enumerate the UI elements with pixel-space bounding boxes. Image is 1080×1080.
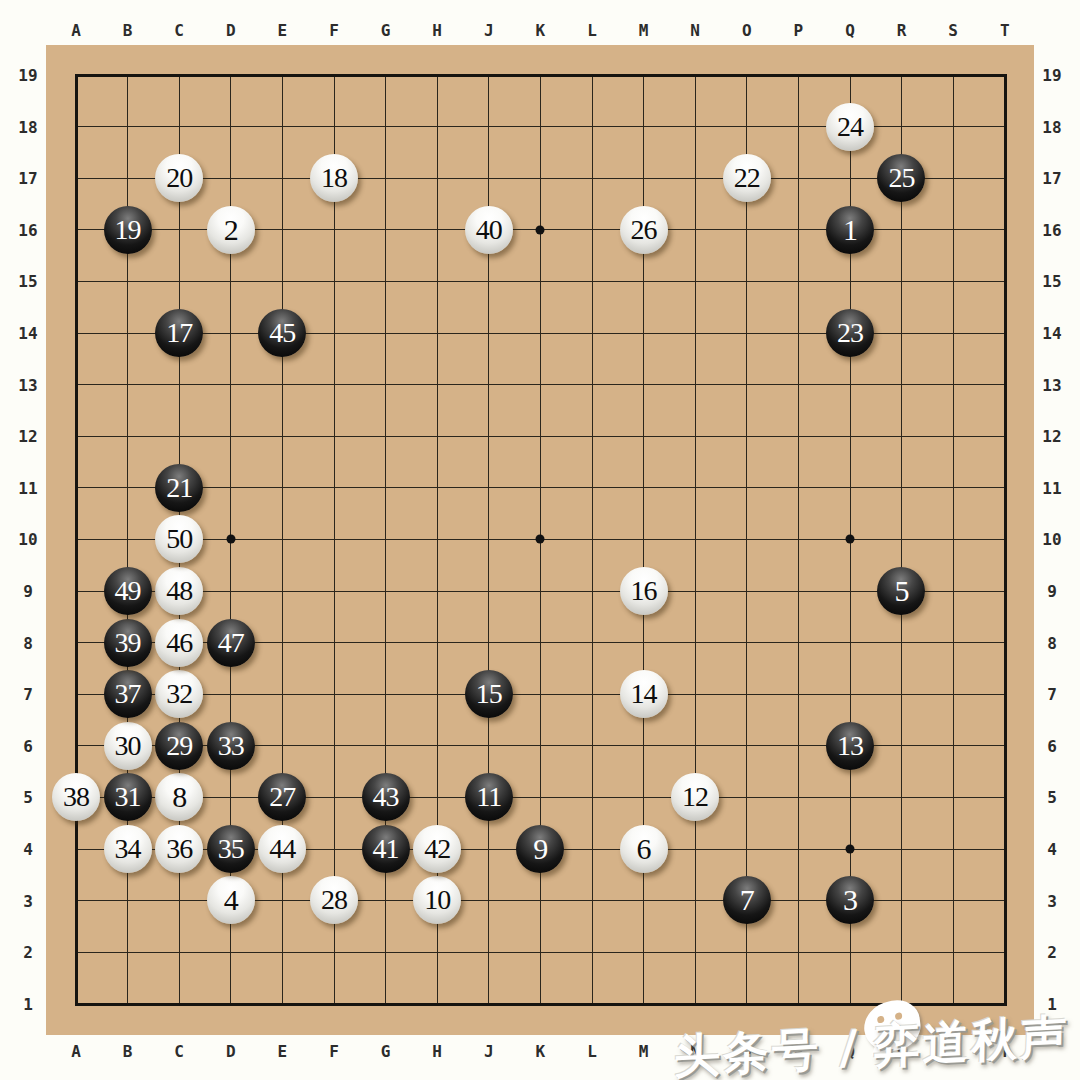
move-number: 19 xyxy=(115,216,141,244)
stone-c11: 21 xyxy=(155,464,203,512)
move-number: 29 xyxy=(166,732,192,760)
stone-g4: 41 xyxy=(362,825,410,873)
move-number: 21 xyxy=(166,474,192,502)
stone-e14: 45 xyxy=(258,309,306,357)
coord-label: A xyxy=(71,21,81,40)
coord-label: 14 xyxy=(18,324,37,343)
coord-label: 8 xyxy=(1047,633,1057,652)
stone-r17: 25 xyxy=(877,154,925,202)
stone-h4: 42 xyxy=(413,825,461,873)
coord-label: B xyxy=(123,21,133,40)
coord-label: F xyxy=(329,21,339,40)
coord-label: 5 xyxy=(23,788,33,807)
move-number: 44 xyxy=(269,835,295,863)
coord-label: 8 xyxy=(23,633,33,652)
stone-m7: 14 xyxy=(620,670,668,718)
stones-grid: 1234567891011121314151617181920212223242… xyxy=(50,49,1030,1029)
coord-label: 13 xyxy=(18,375,37,394)
coord-label: E xyxy=(278,21,288,40)
stone-d8: 47 xyxy=(207,619,255,667)
move-number: 10 xyxy=(424,886,450,914)
move-number: 5 xyxy=(894,576,908,606)
move-number: 13 xyxy=(837,732,863,760)
stone-j16: 40 xyxy=(465,206,513,254)
stone-c8: 46 xyxy=(155,619,203,667)
stone-o3: 7 xyxy=(723,876,771,924)
stone-m16: 26 xyxy=(620,206,668,254)
coord-label: 16 xyxy=(18,220,37,239)
move-number: 38 xyxy=(63,783,89,811)
coord-label: 13 xyxy=(1042,375,1061,394)
coord-label: L xyxy=(587,21,597,40)
coord-label: 17 xyxy=(18,169,37,188)
stone-e4: 44 xyxy=(258,825,306,873)
stone-a5: 38 xyxy=(52,773,100,821)
stone-c6: 29 xyxy=(155,722,203,770)
stone-c4: 36 xyxy=(155,825,203,873)
move-number: 15 xyxy=(476,680,502,708)
stone-b4: 34 xyxy=(104,825,152,873)
move-number: 3 xyxy=(843,885,857,915)
stone-h3: 10 xyxy=(413,876,461,924)
move-number: 26 xyxy=(631,216,657,244)
coord-label: T xyxy=(1000,21,1010,40)
move-number: 24 xyxy=(837,113,863,141)
stone-m4: 6 xyxy=(620,825,668,873)
stone-c9: 48 xyxy=(155,567,203,615)
coord-label: 2 xyxy=(1047,943,1057,962)
stone-r9: 5 xyxy=(877,567,925,615)
coord-label: 16 xyxy=(1042,220,1061,239)
watermark-text-left: 头条号 / xyxy=(674,1017,861,1080)
stone-j5: 11 xyxy=(465,773,513,821)
coord-label: K xyxy=(536,21,546,40)
move-number: 20 xyxy=(166,164,192,192)
coord-label: 12 xyxy=(18,427,37,446)
move-number: 40 xyxy=(476,216,502,244)
coord-label: 18 xyxy=(1042,117,1061,136)
coord-label: G xyxy=(381,1042,391,1061)
stone-o17: 22 xyxy=(723,154,771,202)
coord-label: 4 xyxy=(23,840,33,859)
coord-label: B xyxy=(123,1042,133,1061)
coord-label: 15 xyxy=(18,272,37,291)
coord-label: E xyxy=(278,1042,288,1061)
coord-label: 18 xyxy=(18,117,37,136)
move-number: 6 xyxy=(637,834,651,864)
coord-label: H xyxy=(432,21,442,40)
stone-q18: 24 xyxy=(826,103,874,151)
coord-label: M xyxy=(639,21,649,40)
stone-j7: 15 xyxy=(465,670,513,718)
stone-q6: 13 xyxy=(826,722,874,770)
move-number: 41 xyxy=(373,835,399,863)
coord-label: 12 xyxy=(1042,427,1061,446)
coord-label: G xyxy=(381,21,391,40)
stone-q16: 1 xyxy=(826,206,874,254)
coord-label: S xyxy=(948,21,958,40)
coord-label: K xyxy=(536,1042,546,1061)
move-number: 42 xyxy=(424,835,450,863)
stone-q3: 3 xyxy=(826,876,874,924)
move-number: 1 xyxy=(843,215,857,245)
coord-label: 2 xyxy=(23,943,33,962)
stone-c17: 20 xyxy=(155,154,203,202)
move-number: 34 xyxy=(115,835,141,863)
coord-label: 3 xyxy=(1047,891,1057,910)
move-number: 45 xyxy=(269,319,295,347)
coord-label: Q xyxy=(845,21,855,40)
move-number: 39 xyxy=(115,629,141,657)
move-number: 16 xyxy=(631,577,657,605)
coord-label: P xyxy=(794,21,804,40)
coord-label: A xyxy=(71,1042,81,1061)
move-number: 28 xyxy=(321,886,347,914)
coord-label: F xyxy=(329,1042,339,1061)
coord-label: 19 xyxy=(1042,66,1061,85)
stone-d4: 35 xyxy=(207,825,255,873)
move-number: 48 xyxy=(166,577,192,605)
move-number: 9 xyxy=(533,834,547,864)
stone-c10: 50 xyxy=(155,515,203,563)
stone-b16: 19 xyxy=(104,206,152,254)
coord-label: 1 xyxy=(23,994,33,1013)
coord-label: 14 xyxy=(1042,324,1061,343)
move-number: 17 xyxy=(166,319,192,347)
coord-label: 9 xyxy=(1047,582,1057,601)
coord-label: C xyxy=(174,1042,184,1061)
coord-label: 6 xyxy=(23,736,33,755)
stone-c7: 32 xyxy=(155,670,203,718)
stone-b6: 30 xyxy=(104,722,152,770)
stone-b5: 31 xyxy=(104,773,152,821)
move-number: 27 xyxy=(269,783,295,811)
coord-label: C xyxy=(174,21,184,40)
coord-label: H xyxy=(432,1042,442,1061)
coord-label: 15 xyxy=(1042,272,1061,291)
stone-c14: 17 xyxy=(155,309,203,357)
coord-label: 17 xyxy=(1042,169,1061,188)
move-number: 31 xyxy=(115,783,141,811)
watermark-text-right: 弈道秋声 xyxy=(873,1006,1070,1078)
coord-label: 10 xyxy=(18,530,37,549)
move-number: 36 xyxy=(166,835,192,863)
stone-e5: 27 xyxy=(258,773,306,821)
move-number: 25 xyxy=(888,164,914,192)
stone-f3: 28 xyxy=(310,876,358,924)
coord-label: O xyxy=(742,21,752,40)
move-number: 8 xyxy=(172,782,186,812)
move-number: 4 xyxy=(224,885,238,915)
stone-m9: 16 xyxy=(620,567,668,615)
stone-k4: 9 xyxy=(516,825,564,873)
move-number: 50 xyxy=(166,525,192,553)
coord-label: J xyxy=(484,21,494,40)
coord-label: 7 xyxy=(1047,685,1057,704)
coord-label: 3 xyxy=(23,891,33,910)
stone-f17: 18 xyxy=(310,154,358,202)
move-number: 37 xyxy=(115,680,141,708)
coord-label: L xyxy=(587,1042,597,1061)
stone-d6: 33 xyxy=(207,722,255,770)
move-number: 33 xyxy=(218,732,244,760)
move-number: 2 xyxy=(224,215,238,245)
stone-b8: 39 xyxy=(104,619,152,667)
coord-label: 9 xyxy=(23,582,33,601)
coord-label: 11 xyxy=(1042,478,1061,497)
move-number: 43 xyxy=(373,783,399,811)
stone-g5: 43 xyxy=(362,773,410,821)
coord-label: 7 xyxy=(23,685,33,704)
move-number: 23 xyxy=(837,319,863,347)
move-number: 49 xyxy=(115,577,141,605)
move-number: 32 xyxy=(166,680,192,708)
stone-b7: 37 xyxy=(104,670,152,718)
coord-label: D xyxy=(226,21,236,40)
coord-label: 10 xyxy=(1042,530,1061,549)
move-number: 14 xyxy=(631,680,657,708)
coord-label: 6 xyxy=(1047,736,1057,755)
stone-q14: 23 xyxy=(826,309,874,357)
move-number: 11 xyxy=(476,783,501,811)
move-number: 18 xyxy=(321,164,347,192)
coord-label: 11 xyxy=(18,478,37,497)
move-number: 7 xyxy=(740,885,754,915)
stone-d16: 2 xyxy=(207,206,255,254)
move-number: 46 xyxy=(166,629,192,657)
move-number: 47 xyxy=(218,629,244,657)
go-diagram-page: 1234567891011121314151617181920212223242… xyxy=(0,0,1080,1080)
stone-c5: 8 xyxy=(155,773,203,821)
coord-label: 19 xyxy=(18,66,37,85)
stone-n5: 12 xyxy=(671,773,719,821)
stone-b9: 49 xyxy=(104,567,152,615)
coord-label: J xyxy=(484,1042,494,1061)
coord-label: R xyxy=(897,21,907,40)
coord-label: N xyxy=(690,21,700,40)
move-number: 22 xyxy=(734,164,760,192)
move-number: 35 xyxy=(218,835,244,863)
stone-d3: 4 xyxy=(207,876,255,924)
coord-label: 4 xyxy=(1047,840,1057,859)
coord-label: 5 xyxy=(1047,788,1057,807)
move-number: 12 xyxy=(682,783,708,811)
coord-label: M xyxy=(639,1042,649,1061)
move-number: 30 xyxy=(115,732,141,760)
coord-label: D xyxy=(226,1042,236,1061)
